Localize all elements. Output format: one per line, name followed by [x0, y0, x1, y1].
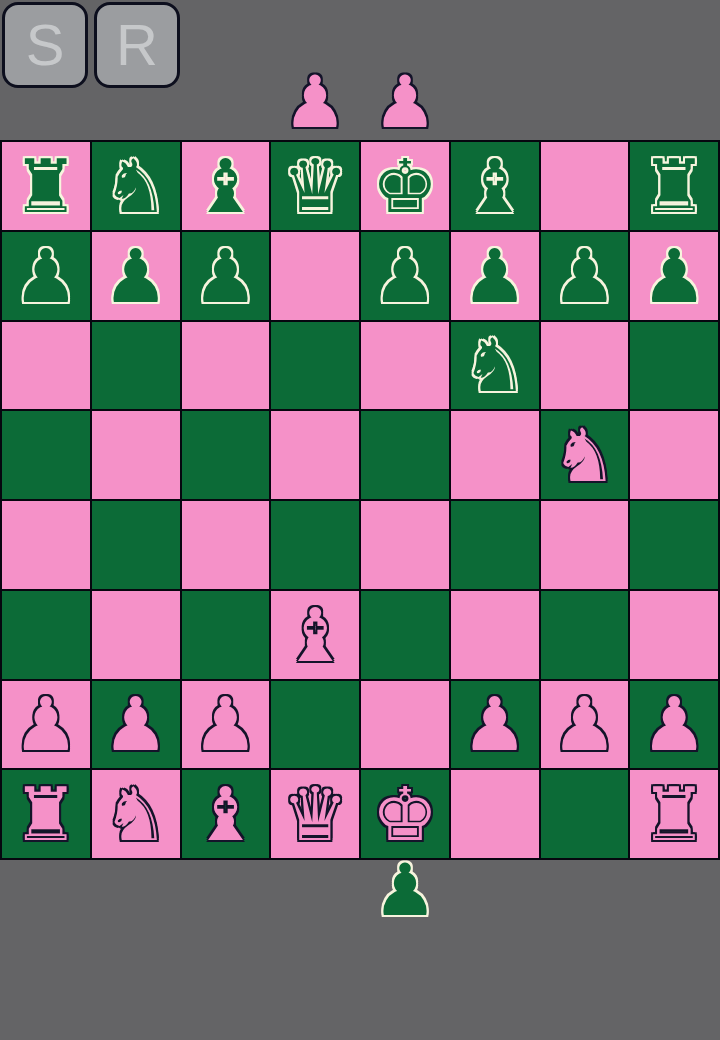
square-f6[interactable]: ♞: [451, 322, 539, 410]
square-b5[interactable]: [92, 411, 180, 499]
pink-knight[interactable]: ♞: [551, 418, 617, 492]
pink-pawn[interactable]: ♟: [13, 687, 79, 761]
square-c8[interactable]: ♝: [182, 142, 270, 230]
game-screen: S R ♟♟ ♜♞♝♛♚♝♜♟♟♟♟♟♟♟♞♞♝♟♟♟♟♟♟♜♞♝♛♚♜ ♟: [0, 0, 720, 1040]
square-c4[interactable]: [182, 501, 270, 589]
square-d3[interactable]: ♝: [271, 591, 359, 679]
square-d8[interactable]: ♛: [271, 142, 359, 230]
green-bishop[interactable]: ♝: [461, 149, 527, 223]
pink-rook[interactable]: ♜: [13, 777, 79, 851]
green-pawn[interactable]: ♟: [13, 239, 79, 313]
square-g6[interactable]: [541, 322, 629, 410]
green-pawn[interactable]: ♟: [192, 239, 258, 313]
square-d7[interactable]: [271, 232, 359, 320]
pink-queen[interactable]: ♛: [282, 777, 348, 851]
green-knight[interactable]: ♞: [102, 149, 168, 223]
square-h5[interactable]: [630, 411, 718, 499]
square-g1[interactable]: [541, 770, 629, 858]
captured-green-pawn: ♟: [373, 854, 438, 926]
pink-knight[interactable]: ♞: [102, 777, 168, 851]
pink-pawn[interactable]: ♟: [641, 687, 707, 761]
square-h1[interactable]: ♜: [630, 770, 718, 858]
square-c5[interactable]: [182, 411, 270, 499]
square-h3[interactable]: [630, 591, 718, 679]
square-b4[interactable]: [92, 501, 180, 589]
square-a7[interactable]: ♟: [2, 232, 90, 320]
square-b3[interactable]: [92, 591, 180, 679]
green-pawn[interactable]: ♟: [372, 239, 438, 313]
square-c2[interactable]: ♟: [182, 681, 270, 769]
square-g7[interactable]: ♟: [541, 232, 629, 320]
square-c6[interactable]: [182, 322, 270, 410]
square-h2[interactable]: ♟: [630, 681, 718, 769]
square-h8[interactable]: ♜: [630, 142, 718, 230]
square-e6[interactable]: [361, 322, 449, 410]
pink-pawn[interactable]: ♟: [102, 687, 168, 761]
square-b6[interactable]: [92, 322, 180, 410]
square-b1[interactable]: ♞: [92, 770, 180, 858]
square-b2[interactable]: ♟: [92, 681, 180, 769]
square-c3[interactable]: [182, 591, 270, 679]
pink-king[interactable]: ♚: [372, 777, 438, 851]
square-a5[interactable]: [2, 411, 90, 499]
square-e5[interactable]: [361, 411, 449, 499]
square-g2[interactable]: ♟: [541, 681, 629, 769]
pink-bishop[interactable]: ♝: [192, 777, 258, 851]
captured-tray-cell: ♟: [360, 40, 450, 138]
square-d6[interactable]: [271, 322, 359, 410]
square-h7[interactable]: ♟: [630, 232, 718, 320]
button-r[interactable]: R: [94, 2, 180, 88]
button-s[interactable]: S: [2, 2, 88, 88]
square-e8[interactable]: ♚: [361, 142, 449, 230]
toolbar: S R: [2, 2, 180, 88]
square-g8[interactable]: [541, 142, 629, 230]
captured-pieces-top-tray: ♟♟: [270, 40, 450, 138]
square-e1[interactable]: ♚: [361, 770, 449, 858]
captured-pink-pawn: ♟: [283, 66, 348, 138]
chess-board: ♜♞♝♛♚♝♜♟♟♟♟♟♟♟♞♞♝♟♟♟♟♟♟♜♞♝♛♚♜: [0, 140, 720, 860]
square-f3[interactable]: [451, 591, 539, 679]
green-pawn[interactable]: ♟: [641, 239, 707, 313]
green-knight[interactable]: ♞: [461, 328, 527, 402]
captured-pieces-bottom-tray: ♟: [360, 854, 450, 952]
green-pawn[interactable]: ♟: [551, 239, 617, 313]
square-b8[interactable]: ♞: [92, 142, 180, 230]
square-b7[interactable]: ♟: [92, 232, 180, 320]
green-king[interactable]: ♚: [372, 149, 438, 223]
square-c1[interactable]: ♝: [182, 770, 270, 858]
green-pawn[interactable]: ♟: [102, 239, 168, 313]
green-bishop[interactable]: ♝: [192, 149, 258, 223]
green-rook[interactable]: ♜: [641, 149, 707, 223]
square-f8[interactable]: ♝: [451, 142, 539, 230]
square-g3[interactable]: [541, 591, 629, 679]
square-d1[interactable]: ♛: [271, 770, 359, 858]
green-queen[interactable]: ♛: [282, 149, 348, 223]
square-c7[interactable]: ♟: [182, 232, 270, 320]
square-f2[interactable]: ♟: [451, 681, 539, 769]
square-d2[interactable]: [271, 681, 359, 769]
square-a8[interactable]: ♜: [2, 142, 90, 230]
square-e2[interactable]: [361, 681, 449, 769]
square-f1[interactable]: [451, 770, 539, 858]
square-a2[interactable]: ♟: [2, 681, 90, 769]
captured-tray-cell: ♟: [270, 40, 360, 138]
pink-pawn[interactable]: ♟: [192, 687, 258, 761]
square-f5[interactable]: [451, 411, 539, 499]
green-rook[interactable]: ♜: [13, 149, 79, 223]
captured-pink-pawn: ♟: [373, 66, 438, 138]
square-h6[interactable]: [630, 322, 718, 410]
square-f4[interactable]: [451, 501, 539, 589]
pink-pawn[interactable]: ♟: [551, 687, 617, 761]
pink-rook[interactable]: ♜: [641, 777, 707, 851]
square-a6[interactable]: [2, 322, 90, 410]
square-d5[interactable]: [271, 411, 359, 499]
pink-bishop[interactable]: ♝: [282, 598, 348, 672]
square-g5[interactable]: ♞: [541, 411, 629, 499]
square-e4[interactable]: [361, 501, 449, 589]
square-e3[interactable]: [361, 591, 449, 679]
green-pawn[interactable]: ♟: [461, 239, 527, 313]
pink-pawn[interactable]: ♟: [461, 687, 527, 761]
square-h4[interactable]: [630, 501, 718, 589]
square-a1[interactable]: ♜: [2, 770, 90, 858]
square-a3[interactable]: [2, 591, 90, 679]
square-d4[interactable]: [271, 501, 359, 589]
square-f7[interactable]: ♟: [451, 232, 539, 320]
square-a4[interactable]: [2, 501, 90, 589]
square-g4[interactable]: [541, 501, 629, 589]
square-e7[interactable]: ♟: [361, 232, 449, 320]
